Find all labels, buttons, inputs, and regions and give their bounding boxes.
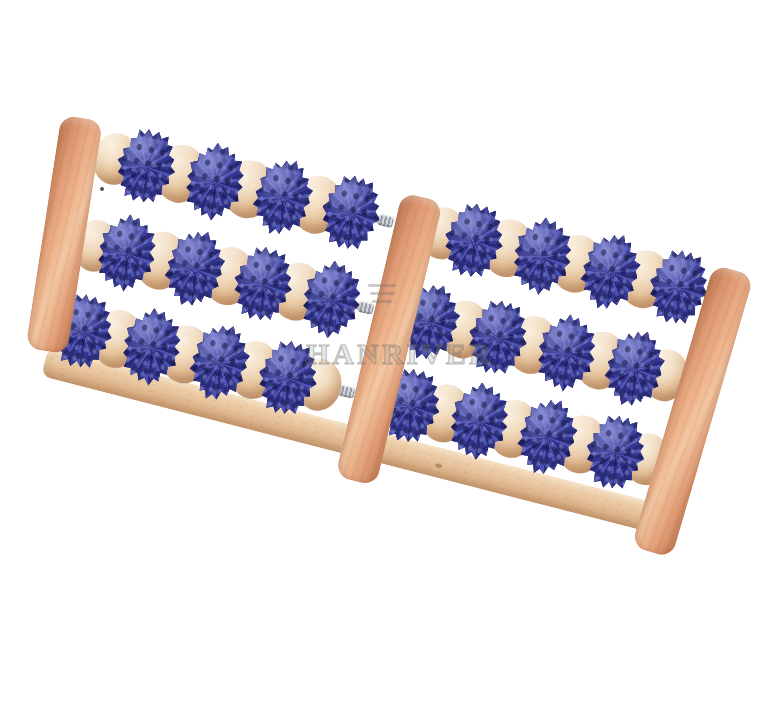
watermark-text: HANRIVER (306, 337, 493, 371)
watermark-logo (368, 284, 396, 308)
foot-massage-roller (3, 88, 761, 575)
product-photo: HANRIVER (0, 0, 770, 716)
dust-speck (100, 187, 104, 191)
